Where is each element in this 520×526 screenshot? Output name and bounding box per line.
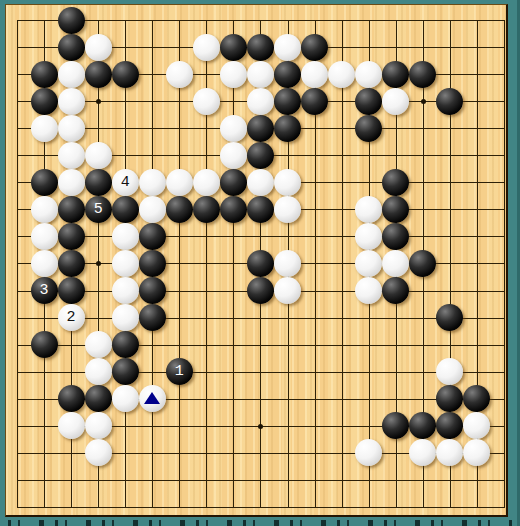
black-stone[interactable] (220, 34, 247, 61)
white-stone[interactable] (166, 61, 193, 88)
black-stone[interactable] (382, 61, 409, 88)
white-stone[interactable] (409, 439, 436, 466)
black-stone[interactable] (31, 169, 58, 196)
black-stone[interactable] (166, 196, 193, 223)
white-stone[interactable] (274, 34, 301, 61)
black-stone[interactable] (58, 250, 85, 277)
white-stone[interactable]: 4 (112, 169, 139, 196)
clipped-caption-fragments (8, 520, 512, 526)
black-stone[interactable] (193, 196, 220, 223)
white-stone[interactable] (85, 439, 112, 466)
black-stone[interactable] (247, 115, 274, 142)
white-stone[interactable] (112, 250, 139, 277)
white-stone[interactable] (274, 169, 301, 196)
move-number-label: 1 (175, 364, 184, 379)
black-stone[interactable] (247, 142, 274, 169)
black-stone[interactable] (139, 223, 166, 250)
black-stone[interactable] (31, 331, 58, 358)
black-stone[interactable] (112, 61, 139, 88)
black-stone[interactable] (31, 61, 58, 88)
black-stone[interactable] (220, 196, 247, 223)
black-stone[interactable] (139, 277, 166, 304)
star-point (421, 99, 426, 104)
white-stone[interactable] (355, 223, 382, 250)
white-stone[interactable] (31, 196, 58, 223)
white-stone[interactable] (139, 169, 166, 196)
black-stone[interactable] (58, 223, 85, 250)
go-app-window: 45321 (0, 0, 520, 526)
white-stone[interactable] (139, 196, 166, 223)
black-stone[interactable] (58, 277, 85, 304)
white-stone[interactable] (355, 250, 382, 277)
white-stone[interactable] (274, 250, 301, 277)
white-stone[interactable] (193, 34, 220, 61)
white-stone[interactable] (463, 439, 490, 466)
black-stone[interactable] (31, 88, 58, 115)
white-stone[interactable] (31, 250, 58, 277)
black-stone[interactable] (355, 88, 382, 115)
white-stone[interactable] (85, 358, 112, 385)
white-stone[interactable] (166, 169, 193, 196)
black-stone[interactable]: 1 (166, 358, 193, 385)
black-stone[interactable] (409, 250, 436, 277)
black-stone[interactable] (247, 277, 274, 304)
white-stone[interactable] (436, 358, 463, 385)
black-stone[interactable] (247, 250, 274, 277)
black-stone[interactable] (382, 277, 409, 304)
black-stone[interactable] (301, 34, 328, 61)
move-number-label: 3 (40, 283, 49, 298)
black-stone[interactable] (382, 196, 409, 223)
move-number-label: 2 (67, 310, 76, 325)
white-stone[interactable] (193, 88, 220, 115)
white-stone[interactable] (220, 142, 247, 169)
go-board[interactable]: 45321 (5, 4, 508, 517)
black-stone[interactable]: 3 (31, 277, 58, 304)
white-stone[interactable] (382, 88, 409, 115)
white-stone[interactable] (112, 277, 139, 304)
black-stone[interactable] (436, 88, 463, 115)
black-stone[interactable] (85, 61, 112, 88)
black-stone[interactable] (85, 385, 112, 412)
white-stone[interactable] (31, 115, 58, 142)
grid-line-vertical (342, 20, 343, 508)
black-stone[interactable] (112, 358, 139, 385)
move-number-label: 5 (94, 202, 103, 217)
black-stone[interactable] (436, 385, 463, 412)
white-stone[interactable] (58, 412, 85, 439)
black-stone[interactable] (220, 169, 247, 196)
triangle-marker-icon (144, 392, 160, 404)
grid-line-vertical (504, 20, 505, 508)
black-stone[interactable] (274, 61, 301, 88)
white-stone[interactable] (247, 169, 274, 196)
black-stone[interactable] (58, 385, 85, 412)
star-point (96, 99, 101, 104)
white-stone[interactable] (355, 439, 382, 466)
white-stone[interactable] (193, 169, 220, 196)
star-point (258, 424, 263, 429)
white-stone[interactable]: 2 (58, 304, 85, 331)
white-stone[interactable] (112, 385, 139, 412)
white-stone[interactable] (328, 61, 355, 88)
white-stone[interactable] (436, 439, 463, 466)
white-stone[interactable] (112, 304, 139, 331)
star-point (96, 261, 101, 266)
white-stone[interactable] (85, 331, 112, 358)
black-stone[interactable] (463, 385, 490, 412)
white-stone[interactable] (355, 61, 382, 88)
white-stone[interactable] (274, 196, 301, 223)
white-stone[interactable] (31, 223, 58, 250)
white-stone[interactable] (355, 277, 382, 304)
white-stone[interactable] (355, 196, 382, 223)
white-stone[interactable] (85, 412, 112, 439)
white-stone[interactable] (220, 61, 247, 88)
white-stone[interactable] (220, 115, 247, 142)
black-stone[interactable] (247, 34, 274, 61)
white-stone[interactable] (58, 115, 85, 142)
black-stone[interactable] (274, 88, 301, 115)
white-stone[interactable] (58, 61, 85, 88)
black-stone[interactable] (139, 250, 166, 277)
white-stone[interactable] (463, 412, 490, 439)
black-stone[interactable] (301, 88, 328, 115)
white-stone[interactable] (58, 169, 85, 196)
black-stone[interactable] (409, 61, 436, 88)
black-stone[interactable] (58, 7, 85, 34)
black-stone[interactable] (382, 169, 409, 196)
black-stone[interactable] (112, 196, 139, 223)
white-stone[interactable] (247, 88, 274, 115)
white-stone[interactable] (112, 223, 139, 250)
black-stone[interactable] (58, 34, 85, 61)
black-stone[interactable] (436, 412, 463, 439)
white-stone[interactable] (382, 250, 409, 277)
grid-line-horizontal (17, 480, 505, 481)
black-stone[interactable] (436, 304, 463, 331)
grid-line-horizontal (17, 318, 505, 319)
grid-line-horizontal (17, 507, 505, 508)
black-stone[interactable] (85, 169, 112, 196)
black-stone[interactable] (382, 412, 409, 439)
move-number-label: 4 (121, 175, 130, 190)
white-stone[interactable] (85, 34, 112, 61)
white-stone[interactable] (85, 142, 112, 169)
black-stone[interactable] (139, 304, 166, 331)
white-stone[interactable] (58, 142, 85, 169)
black-stone[interactable] (355, 115, 382, 142)
black-stone[interactable] (112, 331, 139, 358)
white-stone[interactable] (274, 277, 301, 304)
black-stone[interactable] (382, 223, 409, 250)
black-stone[interactable] (274, 115, 301, 142)
white-stone[interactable] (301, 61, 328, 88)
white-stone[interactable] (247, 61, 274, 88)
black-stone[interactable] (247, 196, 274, 223)
black-stone[interactable] (409, 412, 436, 439)
black-stone[interactable]: 5 (85, 196, 112, 223)
black-stone[interactable] (58, 196, 85, 223)
white-stone[interactable] (139, 385, 166, 412)
white-stone[interactable] (58, 88, 85, 115)
